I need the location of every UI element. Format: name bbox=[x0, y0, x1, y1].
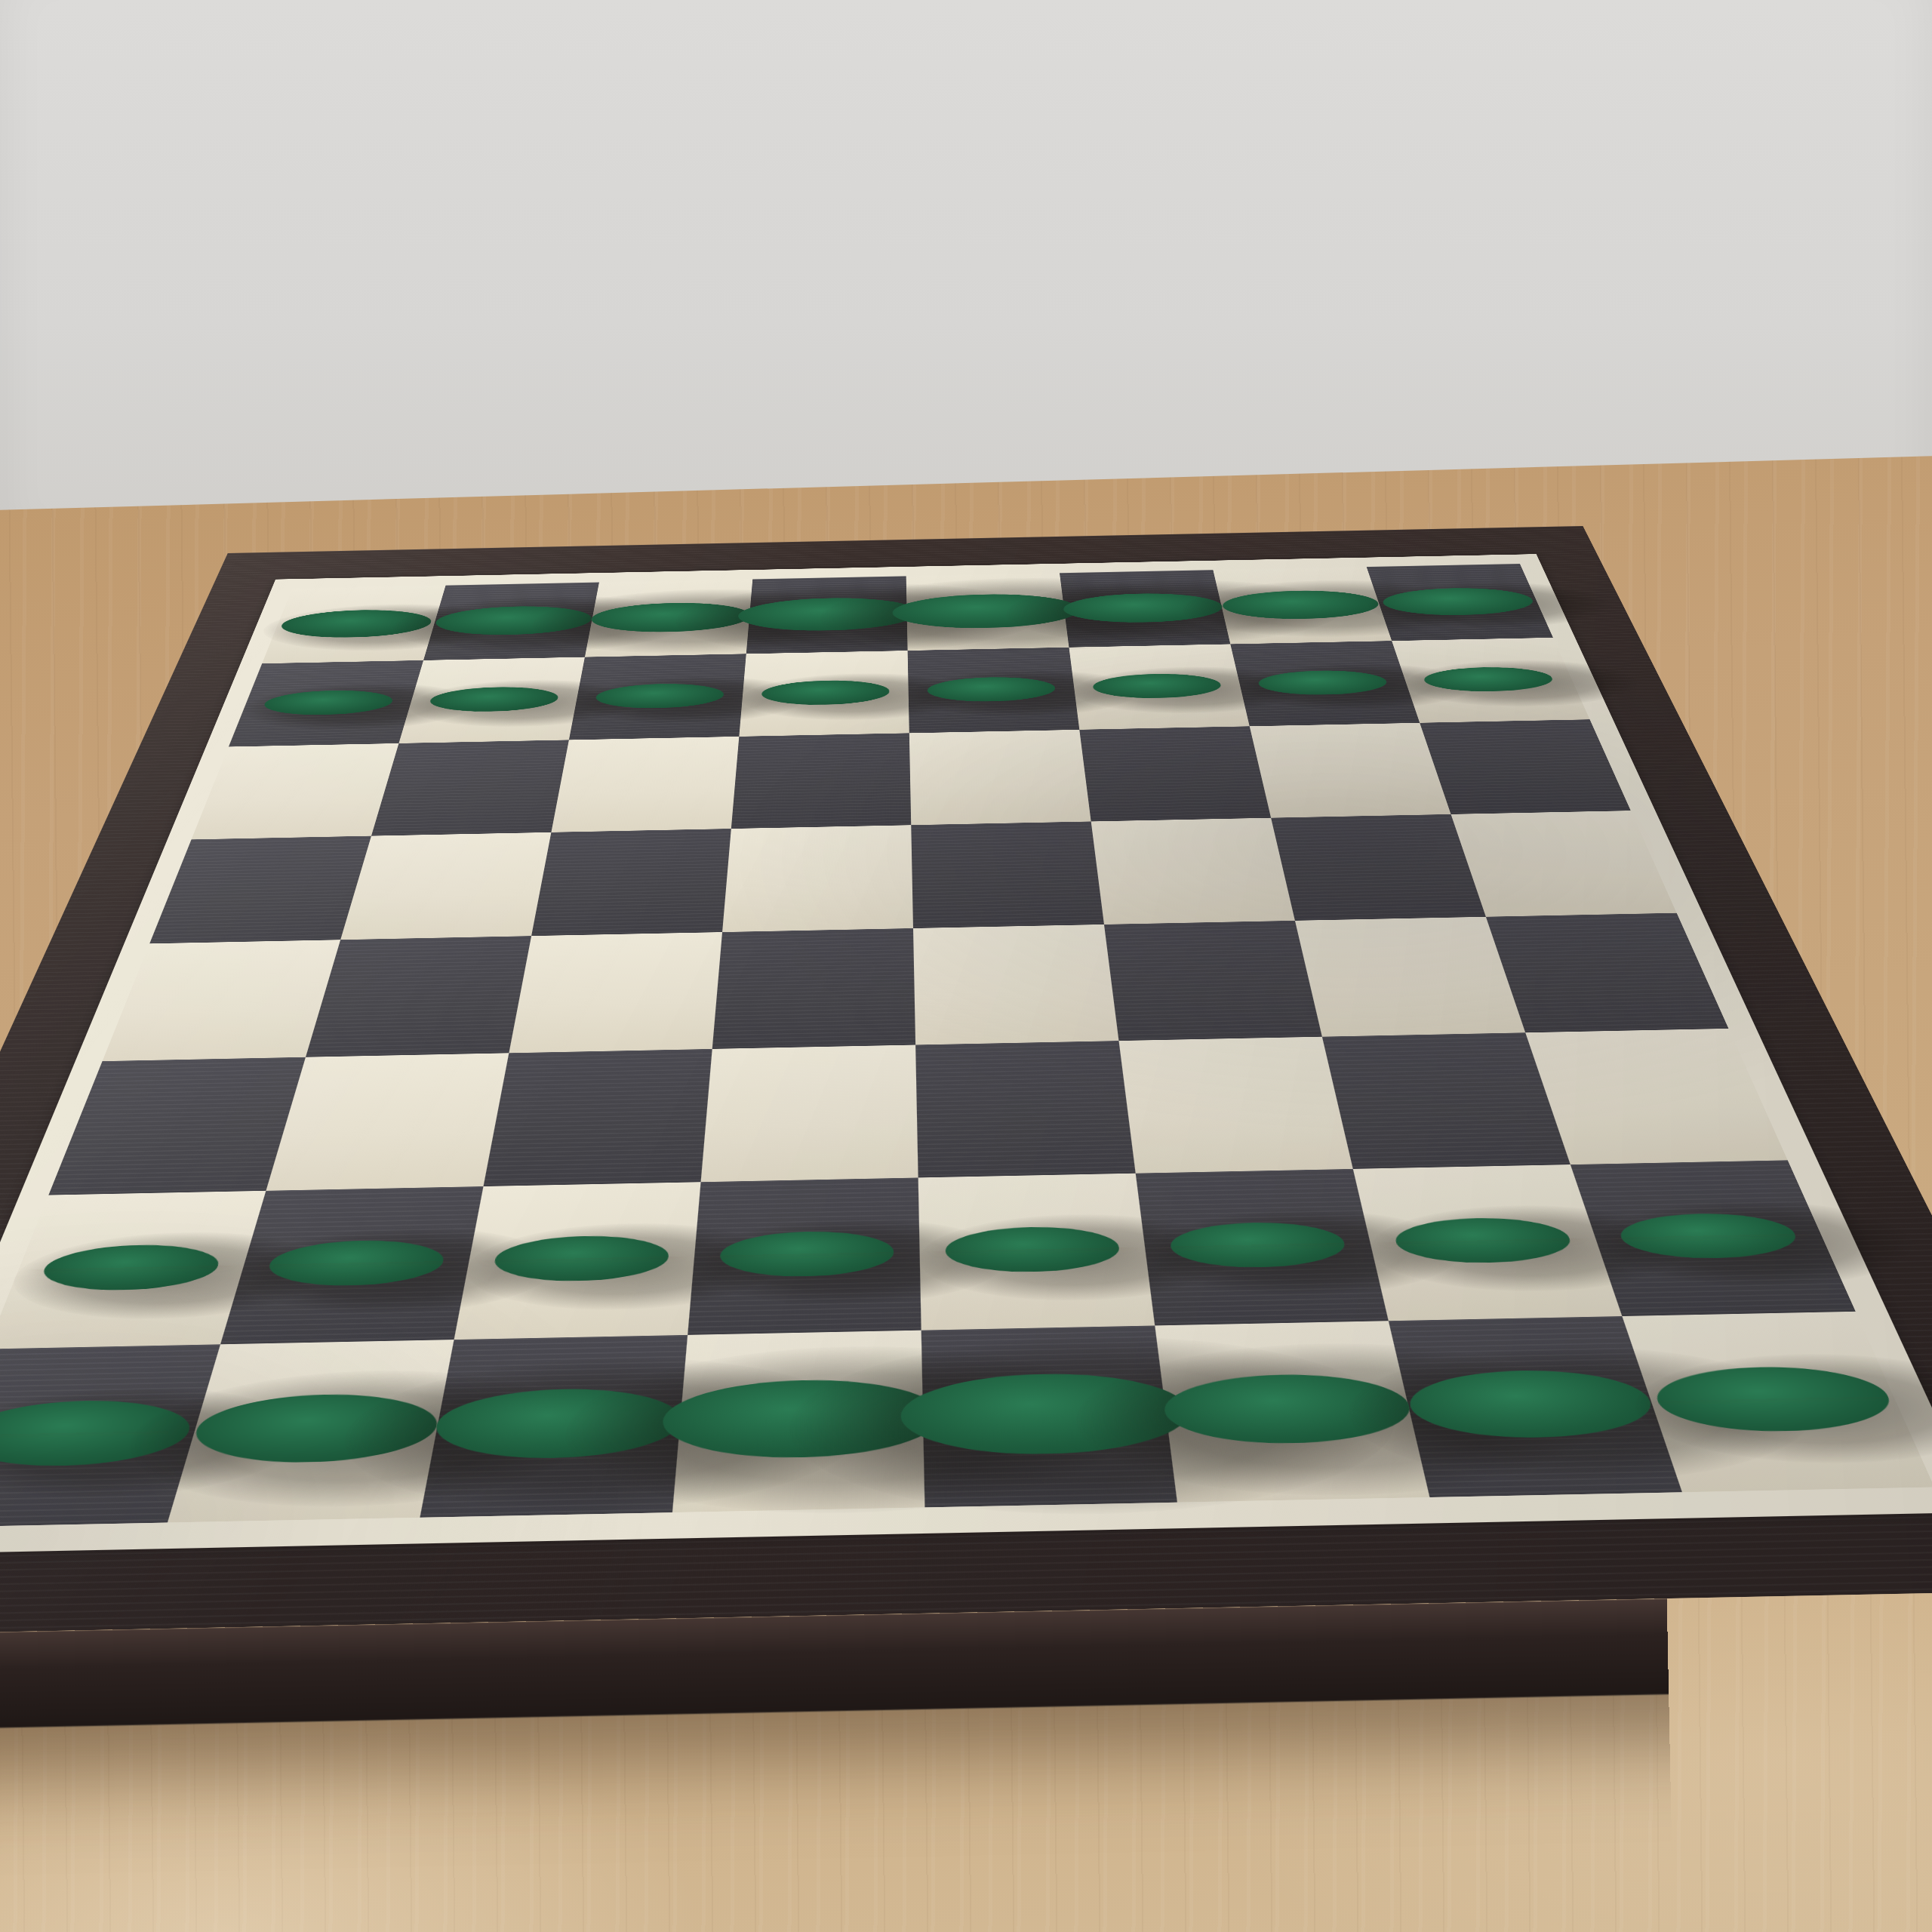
scene: ♜♞♝♛♚♝♞♜♟♟♟♟♟♟♟♟♟♟♟♟♟♟♟♟♜♞♝♛♚♝♞♜ bbox=[0, 0, 1932, 1932]
white-r-glyph: ♜ bbox=[1478, 1034, 1932, 1458]
chess-board: ♜♞♝♛♚♝♞♜♟♟♟♟♟♟♟♟♟♟♟♟♟♟♟♟♜♞♝♛♚♝♞♜ bbox=[0, 526, 1932, 1638]
